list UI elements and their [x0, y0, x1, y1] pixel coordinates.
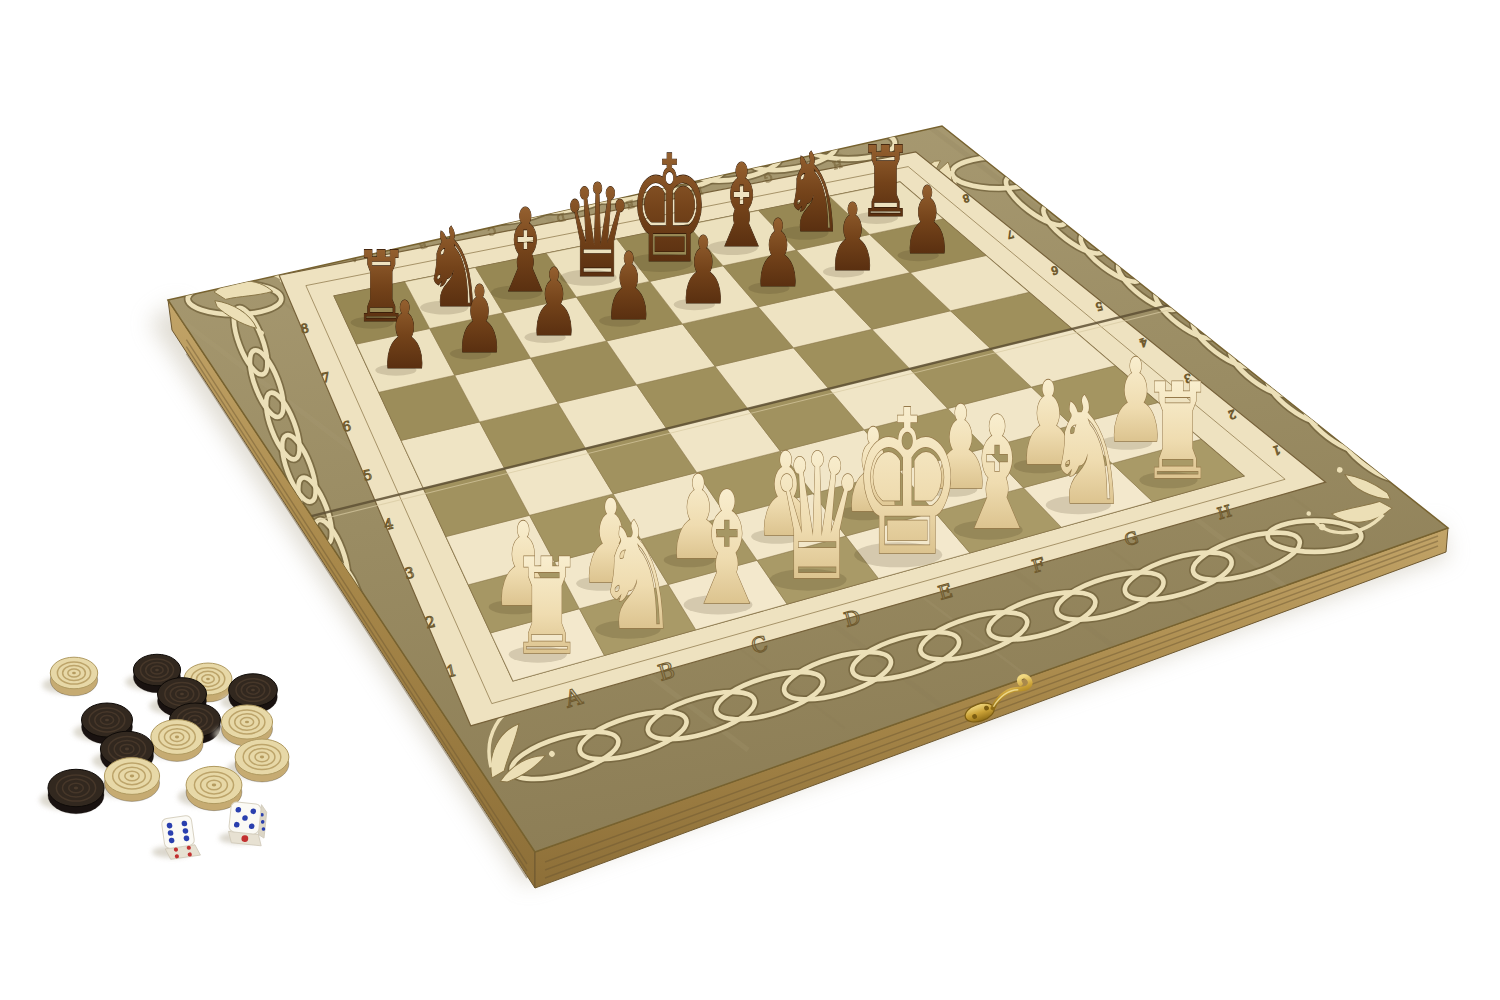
checker-center-dot — [206, 678, 210, 681]
piece-black-pawn-f7: ♟ — [752, 199, 804, 307]
piece-black-pawn-b7: ♟ — [454, 265, 506, 373]
checker-center-dot — [251, 689, 255, 692]
die-1 — [161, 815, 200, 860]
piece-white-bishop-c1: ♝ — [684, 457, 771, 640]
celtic-braid-link-outline — [193, 235, 285, 280]
piece-white-knight-g1: ♞ — [1046, 366, 1128, 538]
board-scene: 1234567812345678ABCDEFGHABCDEFGH♜♞♝♟♚♟♛♟… — [0, 0, 1500, 1000]
checker-center-dot — [105, 719, 109, 722]
product-photo-scene: 1234567812345678ABCDEFGHABCDEFGH♜♞♝♟♚♟♛♟… — [0, 0, 1500, 1000]
checkers-pile — [40, 654, 289, 813]
celtic-braid-link — [193, 235, 285, 280]
checker-center-dot — [74, 787, 78, 790]
die-2 — [227, 802, 267, 847]
piece-white-queen-d1: ♛ — [769, 416, 865, 618]
piece-white-king-e1: ♚ — [852, 366, 963, 599]
checker-center-dot — [260, 756, 264, 759]
piece-white-rook-h1: ♜ — [1141, 355, 1214, 509]
die-top-face — [161, 815, 195, 849]
celtic-braid-link-outline — [249, 224, 341, 269]
piece-black-pawn-e7: ♟ — [678, 216, 730, 324]
checker-center-dot — [125, 748, 129, 751]
piece-black-pawn-a7: ♟ — [379, 281, 431, 389]
celtic-braid-link — [249, 224, 341, 269]
checker-center-dot — [212, 784, 216, 787]
piece-white-knight-b1: ♞ — [596, 490, 678, 662]
piece-white-rook-a1: ♜ — [510, 530, 583, 684]
checker-center-dot — [155, 669, 159, 672]
piece-black-pawn-d7: ♟ — [603, 232, 655, 340]
checker-center-dot — [130, 775, 134, 778]
piece-black-pawn-c7: ♟ — [528, 249, 580, 357]
checker-center-dot — [175, 736, 179, 739]
checker-center-dot — [245, 721, 249, 724]
piece-black-pawn-g7: ♟ — [827, 183, 879, 291]
checker-center-dot — [180, 693, 184, 696]
checker-center-dot — [72, 672, 76, 675]
checker-center-dot — [193, 719, 197, 722]
piece-black-pawn-h7: ♟ — [901, 167, 953, 275]
piece-white-bishop-f1: ♝ — [954, 382, 1041, 565]
